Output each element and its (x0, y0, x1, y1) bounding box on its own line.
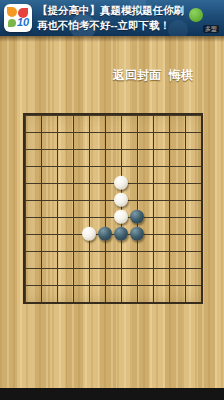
black-stone (114, 227, 128, 241)
black-stone (130, 210, 144, 224)
black-stone (130, 227, 144, 241)
back-to-cover-button[interactable]: 返回封面 (113, 67, 161, 83)
black-stone (98, 227, 112, 241)
ad-app-icon: 10 (4, 4, 32, 32)
white-stone (114, 210, 128, 224)
undo-move-button[interactable]: 悔棋 (169, 67, 193, 83)
white-stone (114, 193, 128, 207)
white-stone (114, 176, 128, 190)
ad-headline: 【提分高中】真题模拟题任你刷 (37, 3, 187, 18)
ad-subline: 再也不怕考不好--立即下载！ (37, 18, 187, 33)
ad-icon-number: 10 (15, 16, 31, 28)
ad-banner[interactable]: 10 【提分高中】真题模拟题任你刷 再也不怕考不好--立即下载！ 多盟 (0, 0, 224, 36)
bottom-bar (0, 388, 224, 400)
banner-shadow (0, 36, 224, 42)
ad-network-mark: 多盟 (203, 25, 219, 33)
white-stone (82, 227, 96, 241)
gomoku-app: 10 【提分高中】真题模拟题任你刷 再也不怕考不好--立即下载！ 多盟 返回封面… (0, 0, 224, 400)
board[interactable] (23, 113, 203, 304)
ad-green-dot[interactable] (189, 8, 203, 22)
ad-text-block: 【提分高中】真题模拟题任你刷 再也不怕考不好--立即下载！ (37, 3, 187, 33)
